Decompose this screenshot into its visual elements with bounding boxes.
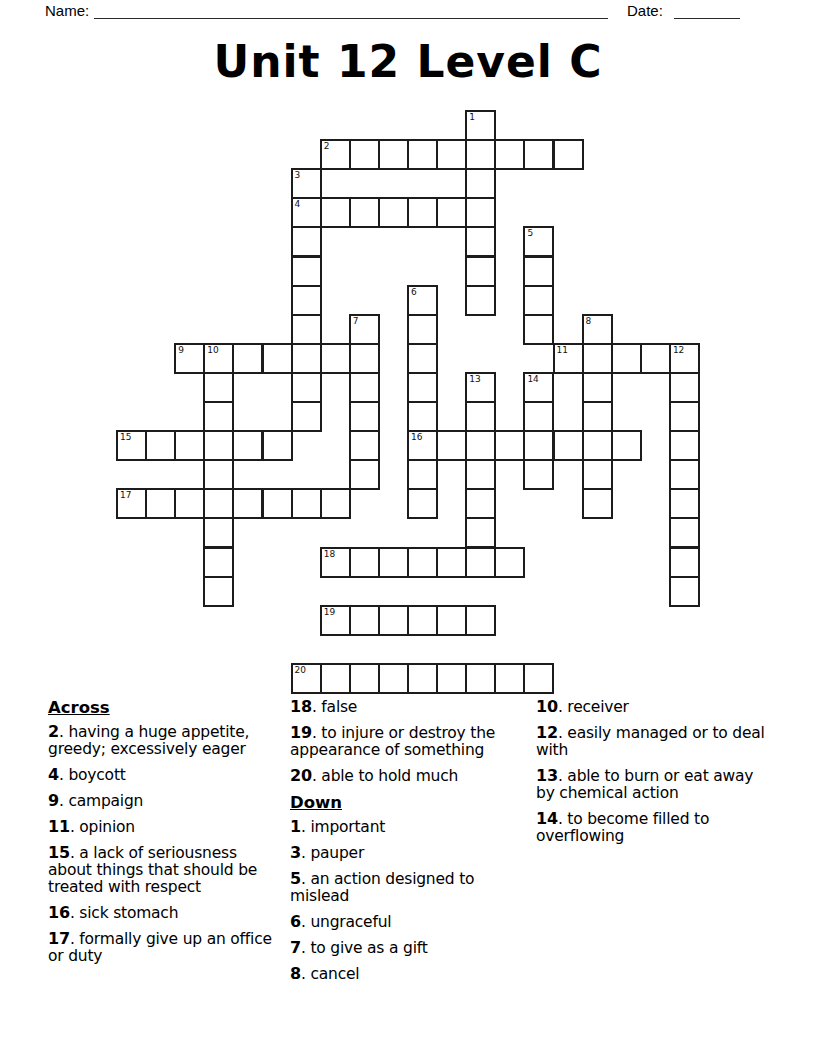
grid-cell[interactable] (611, 343, 642, 374)
grid-cell[interactable] (436, 430, 467, 461)
grid-cell[interactable] (494, 139, 525, 170)
grid-cell[interactable] (291, 372, 322, 403)
clue-number-label: 18 (324, 549, 335, 559)
grid-cell[interactable]: 12 (669, 343, 700, 374)
across-clue-20: 20. able to hold much (290, 767, 533, 785)
grid-cell[interactable] (465, 663, 496, 694)
clue-number-label: 19 (324, 607, 335, 617)
grid-cell[interactable] (465, 197, 496, 228)
grid-cell[interactable] (349, 197, 380, 228)
across-clue-16: 16. sick stomach (48, 904, 276, 922)
grid-cell[interactable] (669, 547, 700, 578)
grid-cell[interactable] (378, 547, 409, 578)
clue-text: . sick stomach (70, 904, 178, 922)
grid-cell[interactable]: 14 (523, 372, 554, 403)
clue-number: 6 (290, 912, 301, 931)
grid-cell[interactable] (523, 139, 554, 170)
grid-cell[interactable]: 8 (582, 314, 613, 345)
clue-number-label: 5 (527, 228, 533, 238)
grid-cell[interactable] (436, 547, 467, 578)
worksheet-page: Name: Date: Unit 12 Level C 123456789101… (0, 0, 816, 1056)
grid-cell[interactable] (203, 517, 234, 548)
grid-cell[interactable] (669, 459, 700, 490)
grid-cell[interactable] (378, 663, 409, 694)
grid-cell[interactable] (320, 663, 351, 694)
clue-number: 11 (48, 817, 70, 836)
grid-cell[interactable] (291, 314, 322, 345)
clue-text: . able to burn or eat away by chemical a… (536, 767, 753, 802)
clue-number-label: 20 (295, 665, 306, 675)
grid-cell[interactable] (262, 430, 293, 461)
grid-cell[interactable] (349, 605, 380, 636)
clue-text: . able to hold much (312, 767, 458, 785)
grid-cell[interactable]: 15 (116, 430, 147, 461)
grid-cell[interactable] (407, 547, 438, 578)
grid-cell[interactable] (203, 547, 234, 578)
down-clue-7: 7. to give as a gift (290, 939, 533, 957)
grid-cell[interactable] (407, 401, 438, 432)
clue-number: 18 (290, 697, 312, 716)
clue-text: . a lack of seriousness about things tha… (48, 844, 257, 896)
clue-number-label: 4 (295, 199, 301, 209)
grid-cell[interactable] (349, 343, 380, 374)
grid-cell[interactable] (582, 372, 613, 403)
grid-cell[interactable] (436, 605, 467, 636)
grid-cell[interactable] (320, 343, 351, 374)
across-clue-2: 2. having a huge appetite, greedy; exces… (48, 723, 276, 758)
grid-cell[interactable] (494, 663, 525, 694)
grid-cell[interactable] (669, 576, 700, 607)
down-clue-3: 3. pauper (290, 844, 533, 862)
clue-text: . to give as a gift (301, 939, 428, 957)
grid-cell[interactable]: 7 (349, 314, 380, 345)
grid-cell[interactable] (320, 488, 351, 519)
clue-number: 20 (290, 766, 312, 785)
name-label: Name: (45, 2, 89, 19)
grid-cell[interactable] (262, 343, 293, 374)
clue-number-label: 10 (207, 345, 218, 355)
clue-text: . an action designed to mislead (290, 870, 474, 905)
grid-cell[interactable] (262, 488, 293, 519)
grid-cell[interactable] (291, 401, 322, 432)
grid-cell[interactable]: 2 (320, 139, 351, 170)
clue-column-2: 18. false19. to injure or destroy the ap… (290, 698, 533, 991)
clue-number-label: 7 (353, 316, 359, 326)
grid-cell[interactable] (465, 401, 496, 432)
down-clue-14: 14. to become filled to overflowing (536, 810, 774, 845)
grid-cell[interactable] (582, 430, 613, 461)
grid-cell[interactable] (669, 488, 700, 519)
grid-cell[interactable] (582, 488, 613, 519)
grid-cell[interactable] (465, 605, 496, 636)
grid-cell[interactable] (407, 372, 438, 403)
clue-text: . to become filled to overflowing (536, 810, 709, 845)
grid-cell[interactable] (407, 663, 438, 694)
clue-number: 10 (536, 697, 558, 716)
across-clue-17: 17. formally give up an office or duty (48, 930, 276, 965)
grid-cell[interactable] (465, 256, 496, 287)
date-blank-line[interactable] (674, 3, 740, 19)
grid-cell[interactable] (174, 488, 205, 519)
down-clue-10: 10. receiver (536, 698, 774, 716)
grid-cell[interactable]: 9 (174, 343, 205, 374)
grid-cell[interactable] (349, 401, 380, 432)
clue-number-label: 11 (557, 345, 568, 355)
grid-cell[interactable]: 17 (116, 488, 147, 519)
grid-cell[interactable] (232, 430, 263, 461)
clue-text: . campaign (59, 792, 143, 810)
grid-cell[interactable] (291, 226, 322, 257)
grid-cell[interactable] (465, 285, 496, 316)
grid-cell[interactable] (407, 139, 438, 170)
grid-cell[interactable]: 6 (407, 285, 438, 316)
grid-cell[interactable] (320, 197, 351, 228)
grid-cell[interactable] (465, 226, 496, 257)
across-clue-18: 18. false (290, 698, 533, 716)
grid-cell[interactable] (465, 168, 496, 199)
grid-cell[interactable] (582, 343, 613, 374)
grid-cell[interactable] (349, 459, 380, 490)
clue-text: . having a huge appetite, greedy; excess… (48, 723, 249, 758)
clue-number: 12 (536, 723, 558, 742)
grid-cell[interactable] (436, 197, 467, 228)
grid-cell[interactable] (582, 401, 613, 432)
grid-cell[interactable] (523, 285, 554, 316)
grid-cell[interactable] (465, 488, 496, 519)
grid-cell[interactable] (203, 401, 234, 432)
clue-number: 5 (290, 869, 301, 888)
clue-number-label: 2 (324, 141, 330, 151)
grid-cell[interactable]: 1 (465, 110, 496, 141)
grid-cell[interactable] (349, 139, 380, 170)
grid-cell[interactable] (582, 459, 613, 490)
clue-number: 13 (536, 766, 558, 785)
grid-cell[interactable] (203, 372, 234, 403)
down-clue-12: 12. easily managed or to deal with (536, 724, 774, 759)
grid-cell[interactable]: 19 (320, 605, 351, 636)
down-clue-5: 5. an action designed to mislead (290, 870, 533, 905)
grid-cell[interactable] (553, 139, 584, 170)
grid-cell[interactable] (378, 139, 409, 170)
grid-cell[interactable] (465, 517, 496, 548)
clue-number-label: 8 (586, 316, 592, 326)
grid-cell[interactable] (407, 314, 438, 345)
grid-cell[interactable] (407, 343, 438, 374)
down-clue-6: 6. ungraceful (290, 913, 533, 931)
clue-number: 15 (48, 843, 70, 862)
crossword-grid: 1234567891011121314151617181920 (116, 110, 699, 693)
grid-cell[interactable] (291, 256, 322, 287)
grid-cell[interactable]: 3 (291, 168, 322, 199)
grid-cell[interactable] (640, 343, 671, 374)
clue-text: . pauper (301, 844, 364, 862)
grid-cell[interactable]: 16 (407, 430, 438, 461)
clue-text: . receiver (558, 698, 629, 716)
grid-cell[interactable] (523, 401, 554, 432)
grid-cell[interactable] (494, 430, 525, 461)
across-clue-15: 15. a lack of seriousness about things t… (48, 844, 276, 896)
clue-number-label: 17 (120, 490, 131, 500)
clue-number: 14 (536, 809, 558, 828)
grid-cell[interactable] (407, 605, 438, 636)
grid-cell[interactable] (553, 430, 584, 461)
grid-cell[interactable] (291, 285, 322, 316)
grid-cell[interactable] (349, 372, 380, 403)
clue-column-3: 10. receiver12. easily managed or to dea… (536, 698, 774, 853)
name-blank-line[interactable] (94, 3, 608, 19)
clue-number: 16 (48, 903, 70, 922)
grid-cell[interactable]: 11 (553, 343, 584, 374)
down-clue-1: 1. important (290, 818, 533, 836)
grid-cell[interactable]: 4 (291, 197, 322, 228)
grid-cell[interactable] (349, 430, 380, 461)
clue-number-label: 9 (178, 345, 184, 355)
clue-number: 1 (290, 817, 301, 836)
clue-text: . important (301, 818, 385, 836)
grid-cell[interactable] (523, 256, 554, 287)
grid-cell[interactable] (145, 488, 176, 519)
grid-cell[interactable] (232, 488, 263, 519)
grid-cell[interactable] (436, 663, 467, 694)
clue-number: 3 (290, 843, 301, 862)
grid-cell[interactable] (291, 343, 322, 374)
clue-text: . false (312, 698, 357, 716)
grid-cell[interactable] (669, 401, 700, 432)
clue-text: . easily managed or to deal with (536, 724, 765, 759)
grid-cell[interactable] (523, 430, 554, 461)
clue-number: 17 (48, 929, 70, 948)
clue-number: 7 (290, 938, 301, 957)
grid-cell[interactable]: 20 (291, 663, 322, 694)
grid-cell[interactable] (203, 488, 234, 519)
grid-cell[interactable] (378, 605, 409, 636)
grid-cell[interactable] (669, 372, 700, 403)
grid-cell[interactable] (436, 139, 467, 170)
grid-cell[interactable] (407, 488, 438, 519)
grid-cell[interactable] (349, 663, 380, 694)
grid-cell[interactable] (145, 430, 176, 461)
clue-number-label: 16 (411, 432, 422, 442)
across-heading: Across (48, 698, 276, 717)
grid-cell[interactable] (407, 459, 438, 490)
across-clue-11: 11. opinion (48, 818, 276, 836)
clue-number-label: 6 (411, 287, 417, 297)
grid-cell[interactable] (203, 430, 234, 461)
grid-cell[interactable] (523, 459, 554, 490)
clue-number: 2 (48, 722, 59, 741)
puzzle-title: Unit 12 Level C (0, 36, 816, 87)
grid-cell[interactable] (494, 547, 525, 578)
clue-number: 8 (290, 964, 301, 983)
grid-cell[interactable] (465, 139, 496, 170)
clue-number-label: 13 (469, 374, 480, 384)
across-clue-9: 9. campaign (48, 792, 276, 810)
grid-cell[interactable]: 10 (203, 343, 234, 374)
across-clue-19: 19. to injure or destroy the appearance … (290, 724, 533, 759)
grid-cell[interactable] (523, 314, 554, 345)
grid-cell[interactable] (349, 547, 380, 578)
clue-text: . boycott (59, 766, 126, 784)
down-clue-13: 13. able to burn or eat away by chemical… (536, 767, 774, 802)
grid-cell[interactable] (203, 576, 234, 607)
clue-number: 4 (48, 765, 59, 784)
clue-number-label: 1 (469, 112, 475, 122)
down-heading: Down (290, 793, 533, 812)
clue-text: . opinion (70, 818, 135, 836)
clue-text: . formally give up an office or duty (48, 930, 272, 965)
across-clue-4: 4. boycott (48, 766, 276, 784)
grid-cell[interactable] (203, 459, 234, 490)
date-label: Date: (627, 2, 663, 19)
clue-number-label: 15 (120, 432, 131, 442)
grid-cell[interactable] (669, 517, 700, 548)
grid-cell[interactable] (465, 430, 496, 461)
grid-cell[interactable] (378, 197, 409, 228)
grid-cell[interactable]: 13 (465, 372, 496, 403)
down-clue-8: 8. cancel (290, 965, 533, 983)
grid-cell[interactable] (407, 197, 438, 228)
clue-text: . to injure or destroy the appearance of… (290, 724, 495, 759)
clue-text: . ungraceful (301, 913, 391, 931)
clue-column-1: Across2. having a huge appetite, greedy;… (48, 698, 276, 973)
clue-text: . cancel (301, 965, 359, 983)
grid-cell[interactable] (291, 488, 322, 519)
clue-number-label: 14 (527, 374, 538, 384)
grid-cell[interactable] (523, 663, 554, 694)
grid-cell[interactable]: 5 (523, 226, 554, 257)
grid-cell[interactable] (465, 547, 496, 578)
clue-number: 19 (290, 723, 312, 742)
grid-cell[interactable] (669, 430, 700, 461)
grid-cell[interactable] (611, 430, 642, 461)
grid-cell[interactable]: 18 (320, 547, 351, 578)
grid-cell[interactable] (174, 430, 205, 461)
grid-cell[interactable] (232, 343, 263, 374)
clue-number-label: 12 (673, 345, 684, 355)
grid-cell[interactable] (465, 459, 496, 490)
clue-number-label: 3 (295, 170, 301, 180)
clue-number: 9 (48, 791, 59, 810)
